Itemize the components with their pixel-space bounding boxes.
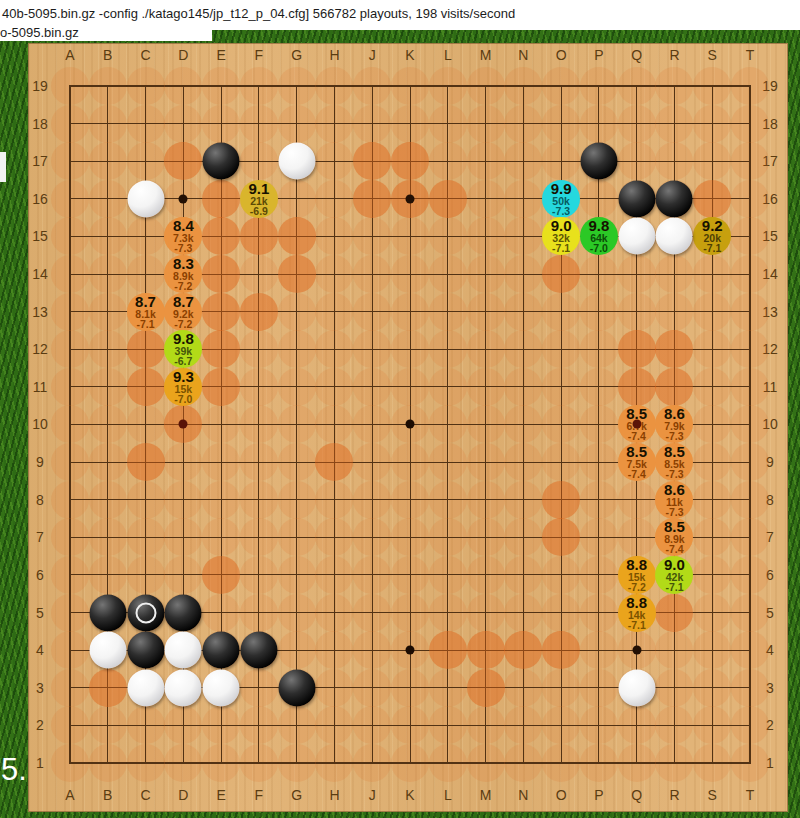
- coord-bottom-O: O: [556, 787, 567, 803]
- label-lead: -7.3: [174, 243, 192, 253]
- ownership-A8: [51, 481, 89, 519]
- ownership-A6: [51, 556, 89, 594]
- ownership-A15: [51, 217, 89, 255]
- stone-black-C4: [127, 632, 164, 669]
- ownership-N11: [504, 368, 542, 406]
- ownership-M16: [467, 180, 505, 218]
- star-point-K4: [406, 646, 415, 655]
- ownership-L2: [429, 706, 467, 744]
- ownership-T15: [731, 217, 769, 255]
- ownership-S17: [693, 142, 731, 180]
- ownership-B7: [89, 518, 127, 556]
- ownership-A9: [51, 443, 89, 481]
- ownership-C15: [127, 217, 165, 255]
- ownership-J16: [353, 180, 391, 218]
- ownership-G18: [278, 105, 316, 143]
- ownership-K15: [391, 217, 429, 255]
- ownership-O17: [542, 142, 580, 180]
- ownership-N1: [504, 744, 542, 782]
- ownership-A2: [51, 706, 89, 744]
- coord-left-6: 6: [36, 567, 44, 583]
- star-point-D10: [179, 420, 188, 429]
- ownership-H3: [315, 669, 353, 707]
- label-lead: -7.3: [665, 431, 683, 441]
- ownership-P12: [580, 330, 618, 368]
- ownership-P11: [580, 368, 618, 406]
- ownership-B19: [89, 67, 127, 105]
- ownership-K1: [391, 744, 429, 782]
- coord-top-G: G: [291, 47, 302, 63]
- ownership-A4: [51, 631, 89, 669]
- analysis-label-R8[interactable]: 8.611k-7.3: [655, 481, 693, 519]
- coord-top-S: S: [708, 47, 717, 63]
- ownership-C12: [127, 330, 165, 368]
- label-score: 8.8: [626, 558, 647, 572]
- ownership-S5: [693, 594, 731, 632]
- ownership-H4: [315, 631, 353, 669]
- stone-white-E3: [203, 669, 240, 706]
- ownership-C8: [127, 481, 165, 519]
- coord-bottom-T: T: [746, 787, 755, 803]
- engine-model-text: o-5095.bin.gz: [0, 25, 79, 40]
- coord-bottom-P: P: [594, 787, 603, 803]
- ownership-D19: [164, 67, 202, 105]
- label-lead: -7.2: [628, 582, 646, 592]
- label-lead: -6.9: [250, 206, 268, 216]
- go-board[interactable]: AABBCCDDEEFFGGHHJJKKLLMMNNOOPPQQRRSSTT19…: [28, 43, 788, 812]
- ownership-J2: [353, 706, 391, 744]
- coord-bottom-B: B: [103, 787, 112, 803]
- analysis-label-R9[interactable]: 8.58.5k-7.3: [655, 443, 693, 481]
- ownership-L14: [429, 255, 467, 293]
- ownership-M8: [467, 481, 505, 519]
- ownership-C11: [127, 368, 165, 406]
- ownership-Q19: [618, 67, 656, 105]
- label-lead: -7.1: [137, 319, 155, 329]
- ownership-D1: [164, 744, 202, 782]
- ownership-H18: [315, 105, 353, 143]
- ownership-A10: [51, 405, 89, 443]
- coord-left-17: 17: [32, 153, 48, 169]
- ownership-O5: [542, 594, 580, 632]
- analysis-label-Q6[interactable]: 8.815k-7.2: [618, 556, 656, 594]
- stone-black-G3: [278, 669, 315, 706]
- ownership-F1: [240, 744, 278, 782]
- coord-left-19: 19: [32, 78, 48, 94]
- coord-top-A: A: [65, 47, 74, 63]
- ownership-J6: [353, 556, 391, 594]
- ownership-O12: [542, 330, 580, 368]
- analysis-label-C13[interactable]: 8.78.1k-7.1: [127, 293, 165, 331]
- ownership-P3: [580, 669, 618, 707]
- coord-top-D: D: [178, 47, 188, 63]
- ownership-A12: [51, 330, 89, 368]
- coord-bottom-L: L: [444, 787, 452, 803]
- coord-left-8: 8: [36, 492, 44, 508]
- coord-top-F: F: [255, 47, 264, 63]
- star-point-Q4: [632, 646, 641, 655]
- ownership-R12: [655, 330, 693, 368]
- ownership-A11: [51, 368, 89, 406]
- analysis-label-D14[interactable]: 8.38.9k-7.2: [164, 255, 202, 293]
- analysis-label-O16[interactable]: 9.950k-7.3: [542, 180, 580, 218]
- coord-left-2: 2: [36, 717, 44, 733]
- ownership-F10: [240, 405, 278, 443]
- ownership-E19: [202, 67, 240, 105]
- ownership-M17: [467, 142, 505, 180]
- ownership-C10: [127, 405, 165, 443]
- ownership-G10: [278, 405, 316, 443]
- ownership-Q12: [618, 330, 656, 368]
- ownership-C2: [127, 706, 165, 744]
- analysis-label-R10[interactable]: 8.67.9k-7.3: [655, 405, 693, 443]
- ownership-F15: [240, 217, 278, 255]
- ownership-M3: [467, 669, 505, 707]
- ownership-O6: [542, 556, 580, 594]
- ownership-F11: [240, 368, 278, 406]
- ownership-B3: [89, 669, 127, 707]
- ownership-M13: [467, 293, 505, 331]
- coord-left-4: 4: [36, 642, 44, 658]
- coord-left-10: 10: [32, 416, 48, 432]
- ownership-J7: [353, 518, 391, 556]
- ownership-G9: [278, 443, 316, 481]
- ownership-S1: [693, 744, 731, 782]
- ownership-O1: [542, 744, 580, 782]
- ownership-E9: [202, 443, 240, 481]
- ownership-A17: [51, 142, 89, 180]
- coord-bottom-A: A: [65, 787, 74, 803]
- label-score: 9.3: [173, 370, 194, 384]
- label-score: 8.5: [626, 445, 647, 459]
- ownership-C18: [127, 105, 165, 143]
- ownership-M12: [467, 330, 505, 368]
- ownership-P18: [580, 105, 618, 143]
- stone-white-D3: [165, 669, 202, 706]
- label-score: 8.5: [664, 445, 685, 459]
- ownership-B9: [89, 443, 127, 481]
- ownership-P2: [580, 706, 618, 744]
- coord-top-J: J: [369, 47, 376, 63]
- analysis-label-O15[interactable]: 9.032k-7.1: [542, 217, 580, 255]
- ownership-M19: [467, 67, 505, 105]
- ownership-O11: [542, 368, 580, 406]
- ownership-A5: [51, 594, 89, 632]
- ownership-N7: [504, 518, 542, 556]
- label-score: 8.7: [173, 295, 194, 309]
- ownership-H2: [315, 706, 353, 744]
- coord-left-1: 1: [36, 755, 44, 771]
- ownership-J17: [353, 142, 391, 180]
- ownership-T5: [731, 594, 769, 632]
- ownership-E15: [202, 217, 240, 255]
- label-score: 9.8: [588, 219, 609, 233]
- label-score: 8.5: [664, 520, 685, 534]
- ownership-B11: [89, 368, 127, 406]
- ownership-O10: [542, 405, 580, 443]
- ownership-R13: [655, 293, 693, 331]
- ownership-Q13: [618, 293, 656, 331]
- window-edge-fragment: [0, 152, 6, 182]
- star-point-Q10: [632, 420, 641, 429]
- coord-bottom-H: H: [329, 787, 339, 803]
- ownership-T11: [731, 368, 769, 406]
- ownership-R1: [655, 744, 693, 782]
- ownership-T8: [731, 481, 769, 519]
- label-score: 8.4: [173, 219, 194, 233]
- ownership-E6: [202, 556, 240, 594]
- ownership-J1: [353, 744, 391, 782]
- ownership-D18: [164, 105, 202, 143]
- ownership-F12: [240, 330, 278, 368]
- ownership-K12: [391, 330, 429, 368]
- analysis-label-D15[interactable]: 8.47.3k-7.3: [164, 217, 202, 255]
- analysis-label-S15[interactable]: 9.220k-7.1: [693, 217, 731, 255]
- analysis-label-P15[interactable]: 9.864k-7.0: [580, 217, 618, 255]
- stone-white-D4: [165, 632, 202, 669]
- ownership-N4: [504, 631, 542, 669]
- ownership-H5: [315, 594, 353, 632]
- coord-left-5: 5: [36, 605, 44, 621]
- ownership-N6: [504, 556, 542, 594]
- ownership-M2: [467, 706, 505, 744]
- ownership-G11: [278, 368, 316, 406]
- ownership-N9: [504, 443, 542, 481]
- coord-top-Q: Q: [631, 47, 642, 63]
- ownership-H17: [315, 142, 353, 180]
- ownership-H15: [315, 217, 353, 255]
- ownership-L19: [429, 67, 467, 105]
- ownership-E11: [202, 368, 240, 406]
- ownership-Q8: [618, 481, 656, 519]
- ownership-M4: [467, 631, 505, 669]
- ownership-O3: [542, 669, 580, 707]
- ownership-G19: [278, 67, 316, 105]
- coord-left-13: 13: [32, 304, 48, 320]
- label-lead: -7.2: [174, 281, 192, 291]
- ownership-J4: [353, 631, 391, 669]
- ownership-H1: [315, 744, 353, 782]
- coord-left-7: 7: [36, 529, 44, 545]
- ownership-R4: [655, 631, 693, 669]
- ownership-F7: [240, 518, 278, 556]
- ownership-O14: [542, 255, 580, 293]
- analysis-label-F16[interactable]: 9.121k-6.9: [240, 180, 278, 218]
- ownership-S9: [693, 443, 731, 481]
- ownership-T3: [731, 669, 769, 707]
- ownership-E13: [202, 293, 240, 331]
- ownership-H12: [315, 330, 353, 368]
- ownership-C6: [127, 556, 165, 594]
- analysis-label-D12[interactable]: 9.839k-6.7: [164, 330, 202, 368]
- last-move-marker-C5: [135, 602, 156, 623]
- coord-left-16: 16: [32, 191, 48, 207]
- ownership-K6: [391, 556, 429, 594]
- label-lead: -7.3: [552, 206, 570, 216]
- ownership-R2: [655, 706, 693, 744]
- ownership-H11: [315, 368, 353, 406]
- ownership-J3: [353, 669, 391, 707]
- ownership-B10: [89, 405, 127, 443]
- ownership-J15: [353, 217, 391, 255]
- stone-white-Q15: [618, 218, 655, 255]
- ownership-L17: [429, 142, 467, 180]
- ownership-M18: [467, 105, 505, 143]
- ownership-G15: [278, 217, 316, 255]
- stone-white-B4: [89, 632, 126, 669]
- ownership-J13: [353, 293, 391, 331]
- ownership-P4: [580, 631, 618, 669]
- ownership-P5: [580, 594, 618, 632]
- coord-top-R: R: [669, 47, 679, 63]
- ownership-G16: [278, 180, 316, 218]
- label-score: 8.7: [135, 295, 156, 309]
- ownership-K17: [391, 142, 429, 180]
- ownership-Q18: [618, 105, 656, 143]
- ownership-N12: [504, 330, 542, 368]
- ownership-E10: [202, 405, 240, 443]
- ownership-T18: [731, 105, 769, 143]
- analysis-label-Q5[interactable]: 8.814k-7.1: [618, 594, 656, 632]
- analysis-label-D11[interactable]: 9.315k-7.0: [164, 368, 202, 406]
- stone-black-R16: [656, 180, 693, 217]
- ownership-A18: [51, 105, 89, 143]
- ownership-G2: [278, 706, 316, 744]
- star-point-D16: [179, 194, 188, 203]
- ownership-P8: [580, 481, 618, 519]
- coord-top-O: O: [556, 47, 567, 63]
- ownership-K18: [391, 105, 429, 143]
- coord-bottom-E: E: [216, 787, 225, 803]
- ownership-K5: [391, 594, 429, 632]
- label-lead: -7.1: [665, 582, 683, 592]
- ownership-P6: [580, 556, 618, 594]
- ownership-L12: [429, 330, 467, 368]
- ownership-H7: [315, 518, 353, 556]
- ownership-J18: [353, 105, 391, 143]
- analysis-label-R6[interactable]: 9.042k-7.1: [655, 556, 693, 594]
- analysis-label-Q9[interactable]: 8.57.5k-7.4: [618, 443, 656, 481]
- ownership-K9: [391, 443, 429, 481]
- ownership-J14: [353, 255, 391, 293]
- ownership-O9: [542, 443, 580, 481]
- ownership-T9: [731, 443, 769, 481]
- ownership-A16: [51, 180, 89, 218]
- stone-white-G17: [278, 143, 315, 180]
- screenshot-root: 40b-5095.bin.gz -config ./katago145/jp_t…: [0, 0, 800, 818]
- coord-left-11: 11: [33, 379, 48, 395]
- stone-black-D5: [165, 594, 202, 631]
- ownership-F18: [240, 105, 278, 143]
- ownership-H14: [315, 255, 353, 293]
- ownership-Q14: [618, 255, 656, 293]
- coord-left-3: 3: [36, 680, 44, 696]
- ownership-L9: [429, 443, 467, 481]
- ownership-Q2: [618, 706, 656, 744]
- ownership-G8: [278, 481, 316, 519]
- ownership-T12: [731, 330, 769, 368]
- ownership-N16: [504, 180, 542, 218]
- ownership-D2: [164, 706, 202, 744]
- ownership-M9: [467, 443, 505, 481]
- ownership-S10: [693, 405, 731, 443]
- star-point-K10: [406, 420, 415, 429]
- ownership-S3: [693, 669, 731, 707]
- ownership-F2: [240, 706, 278, 744]
- ownership-A13: [51, 293, 89, 331]
- engine-status-text: 40b-5095.bin.gz -config ./katago145/jp_t…: [2, 6, 515, 21]
- coord-bottom-S: S: [708, 787, 717, 803]
- coord-left-15: 15: [32, 228, 48, 244]
- ownership-F6: [240, 556, 278, 594]
- ownership-L13: [429, 293, 467, 331]
- ownership-E2: [202, 706, 240, 744]
- coord-top-H: H: [329, 47, 339, 63]
- coord-bottom-G: G: [291, 787, 302, 803]
- analysis-label-D13[interactable]: 8.79.2k-7.2: [164, 293, 202, 331]
- ownership-N14: [504, 255, 542, 293]
- ownership-B1: [89, 744, 127, 782]
- ownership-P9: [580, 443, 618, 481]
- label-lead: -7.3: [665, 469, 683, 479]
- label-lead: -7.1: [552, 243, 570, 253]
- ownership-T17: [731, 142, 769, 180]
- label-lead: -7.2: [174, 319, 192, 329]
- ownership-S11: [693, 368, 731, 406]
- ownership-O4: [542, 631, 580, 669]
- ownership-F13: [240, 293, 278, 331]
- ownership-T14: [731, 255, 769, 293]
- label-lead: -7.0: [590, 243, 608, 253]
- ownership-S13: [693, 293, 731, 331]
- ownership-B13: [89, 293, 127, 331]
- coord-left-18: 18: [32, 116, 48, 132]
- ownership-C19: [127, 67, 165, 105]
- stone-white-Q3: [618, 669, 655, 706]
- ownership-L11: [429, 368, 467, 406]
- ownership-H10: [315, 405, 353, 443]
- ownership-L18: [429, 105, 467, 143]
- ownership-G1: [278, 744, 316, 782]
- ownership-B16: [89, 180, 127, 218]
- ownership-G5: [278, 594, 316, 632]
- ownership-D8: [164, 481, 202, 519]
- ownership-A1: [51, 744, 89, 782]
- coord-left-9: 9: [36, 454, 44, 470]
- ownership-T19: [731, 67, 769, 105]
- ownership-L7: [429, 518, 467, 556]
- ownership-R11: [655, 368, 693, 406]
- ownership-P1: [580, 744, 618, 782]
- ownership-R19: [655, 67, 693, 105]
- ownership-O19: [542, 67, 580, 105]
- ownership-G6: [278, 556, 316, 594]
- ownership-M11: [467, 368, 505, 406]
- ownership-G12: [278, 330, 316, 368]
- ownership-K11: [391, 368, 429, 406]
- ownership-H8: [315, 481, 353, 519]
- analysis-label-R7[interactable]: 8.58.9k-7.4: [655, 518, 693, 556]
- ownership-F14: [240, 255, 278, 293]
- coord-bottom-K: K: [405, 787, 414, 803]
- label-lead: -7.3: [665, 507, 683, 517]
- coord-left-12: 12: [32, 341, 48, 357]
- label-score: 9.9: [551, 182, 572, 196]
- ownership-C7: [127, 518, 165, 556]
- ownership-H13: [315, 293, 353, 331]
- label-lead: -7.1: [628, 620, 646, 630]
- ownership-F5: [240, 594, 278, 632]
